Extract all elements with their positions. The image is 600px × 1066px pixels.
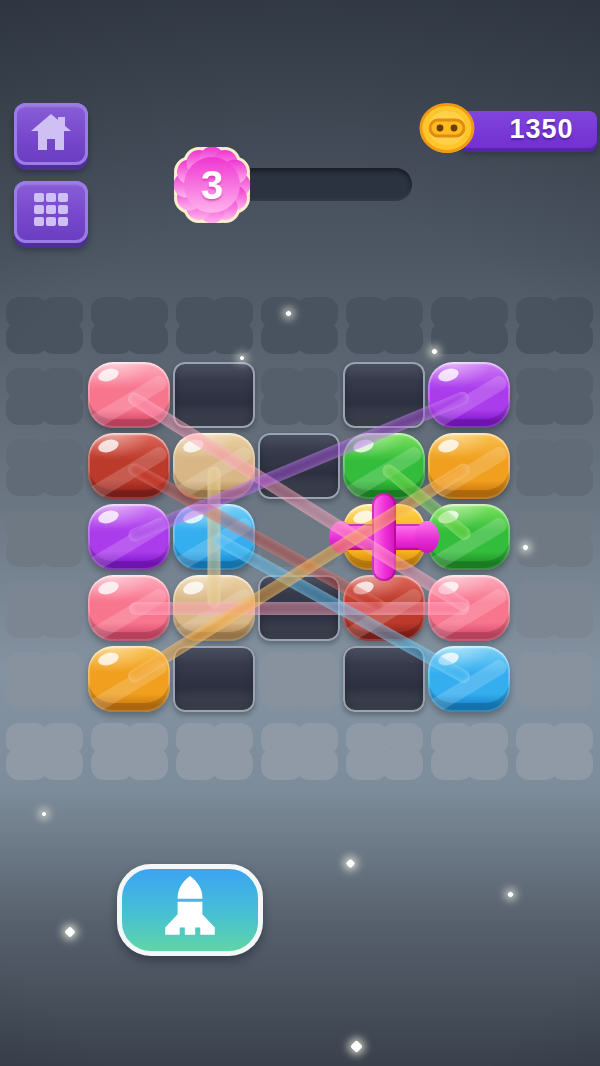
home-button[interactable]: [14, 103, 88, 165]
board-cell: [6, 581, 83, 638]
sparkle: [346, 859, 356, 869]
board-cell: [346, 723, 423, 780]
grid-menu-icon: [30, 190, 72, 234]
tile-r3c1-purple[interactable]: [88, 504, 170, 570]
board-cell: [176, 297, 253, 354]
game-screen: 3 1350: [0, 0, 600, 1066]
board-cell: [91, 297, 168, 354]
tile-r1c1-pink[interactable]: [88, 362, 170, 428]
level-select-button[interactable]: [14, 181, 88, 243]
board-cell: [261, 510, 338, 567]
tile-r5c1-orange[interactable]: [88, 646, 170, 712]
board-cell: [516, 439, 593, 496]
board-cell: [6, 723, 83, 780]
board-cell: [91, 723, 168, 780]
board-cell: [6, 368, 83, 425]
board-cell: [261, 723, 338, 780]
tile-r4c2-tan[interactable]: [173, 575, 255, 641]
tile-r3c4-bonus[interactable]: [343, 504, 425, 570]
board-cell: [431, 297, 508, 354]
tile-r4c3-steel: [258, 575, 340, 641]
board-cell: [261, 368, 338, 425]
sparkle: [64, 926, 75, 937]
board-cell: [6, 297, 83, 354]
tile-r5c2-steel: [173, 646, 255, 712]
level-badge: 3: [174, 147, 250, 223]
board-cell: [261, 297, 338, 354]
board-cell: [6, 510, 83, 567]
board-cell: [6, 439, 83, 496]
board-cell: [516, 510, 593, 567]
tile-r4c4-red[interactable]: [343, 575, 425, 641]
home-icon: [28, 111, 74, 157]
board-cell: [516, 368, 593, 425]
board-cell: [516, 652, 593, 709]
tile-r1c5-purple[interactable]: [428, 362, 510, 428]
tile-r3c5-green[interactable]: [428, 504, 510, 570]
tile-r5c4-steel: [343, 646, 425, 712]
board-cell: [431, 723, 508, 780]
cross-blast-vertical: [372, 493, 396, 581]
level-number: 3: [174, 147, 250, 223]
tile-r2c5-orange[interactable]: [428, 433, 510, 499]
rocket-booster-button[interactable]: [117, 864, 263, 956]
board-cell: [176, 723, 253, 780]
rocket-icon: [161, 875, 219, 945]
sparkle: [350, 1040, 363, 1053]
board-cell: [516, 581, 593, 638]
board-cell: [261, 652, 338, 709]
tile-r4c1-pink[interactable]: [88, 575, 170, 641]
tile-r5c5-blue[interactable]: [428, 646, 510, 712]
tile-r1c2-steel: [173, 362, 255, 428]
tile-r2c1-red[interactable]: [88, 433, 170, 499]
tile-r2c2-tan[interactable]: [173, 433, 255, 499]
tile-r2c3-steel: [258, 433, 340, 499]
coin-count: 1350: [509, 114, 573, 145]
sparkle: [507, 891, 514, 898]
board-cell: [516, 297, 593, 354]
tile-r1c4-steel: [343, 362, 425, 428]
tile-r3c2-blue[interactable]: [173, 504, 255, 570]
gold-coin-face-icon: [418, 102, 476, 156]
board-cell: [516, 723, 593, 780]
tile-r4c5-pink[interactable]: [428, 575, 510, 641]
sparkle: [239, 355, 245, 361]
tile-r2c4-green[interactable]: [343, 433, 425, 499]
sparkle: [41, 811, 47, 817]
board-cell: [6, 652, 83, 709]
board-cell: [346, 297, 423, 354]
coin-counter: 1350: [460, 111, 597, 148]
